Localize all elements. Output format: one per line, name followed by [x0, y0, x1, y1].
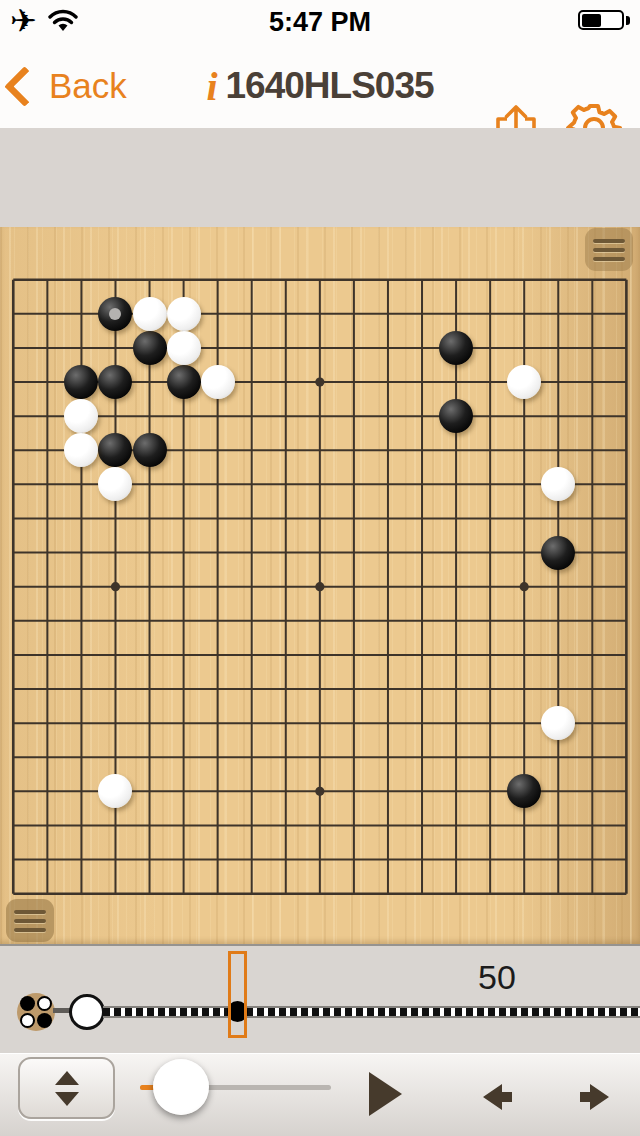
- down-triangle-icon: [55, 1092, 79, 1106]
- stone-white-F17: [167, 331, 201, 365]
- step-forward-button[interactable]: [578, 1081, 614, 1113]
- slider-thumb[interactable]: [153, 1059, 209, 1115]
- play-button[interactable]: [369, 1072, 402, 1116]
- game-root-node[interactable]: [17, 993, 55, 1031]
- battery-fill: [582, 14, 601, 27]
- page-title: i 1640HLS035: [0, 44, 640, 128]
- battery-icon: [578, 10, 624, 30]
- menu-bar: [14, 928, 46, 932]
- game-timeline[interactable]: 50: [0, 944, 640, 1053]
- board-menu-button-top[interactable]: [585, 228, 633, 271]
- current-move-cursor[interactable]: [228, 951, 247, 1038]
- up-triangle-icon: [55, 1071, 79, 1085]
- menu-bar: [14, 910, 46, 914]
- stone-white-F18: [167, 297, 201, 331]
- last-move-marker: [109, 308, 121, 320]
- mini-white-stone: [37, 996, 52, 1011]
- menu-bar: [14, 919, 46, 923]
- status-time: 5:47 PM: [0, 7, 640, 38]
- stone-black-E17: [133, 331, 167, 365]
- stone-black-O17: [439, 331, 473, 365]
- stone-black-F16: [167, 365, 201, 399]
- move-strip[interactable]: [103, 1006, 640, 1018]
- variation-stepper-button[interactable]: [18, 1057, 115, 1119]
- stone-black-R11: [541, 536, 575, 570]
- status-bar: ✈ 5:47 PM: [0, 0, 640, 44]
- mini-black-stone: [37, 1013, 52, 1028]
- go-board[interactable]: [0, 227, 640, 944]
- app-screen: ✈ 5:47 PM Back i 1640HLS035: [0, 0, 640, 1136]
- step-back-button[interactable]: [478, 1081, 514, 1113]
- stone-white-G16: [201, 365, 235, 399]
- player-bar: Ling Yuanhuan Huang Longshi: [0, 128, 640, 227]
- stone-black-E14: [133, 433, 167, 467]
- stone-black-O15: [439, 399, 473, 433]
- empty-board-node[interactable]: [69, 994, 105, 1030]
- move-number-label: 50: [478, 958, 516, 997]
- board-grid: [0, 227, 640, 944]
- stone-white-E18: [133, 297, 167, 331]
- stone-white-Q16: [507, 365, 541, 399]
- mini-black-stone: [20, 996, 35, 1011]
- info-icon: i: [206, 63, 217, 110]
- menu-bar: [593, 257, 625, 261]
- speed-slider[interactable]: [138, 1054, 334, 1136]
- game-id-title: 1640HLS035: [226, 65, 434, 107]
- board-menu-button-bottom[interactable]: [6, 899, 54, 942]
- menu-bar: [593, 248, 625, 252]
- menu-bar: [593, 239, 625, 243]
- nav-bar: Back i 1640HLS035: [0, 44, 640, 128]
- mini-white-stone: [20, 1013, 35, 1028]
- battery-nub: [626, 16, 630, 25]
- bottom-toolbar: [0, 1053, 640, 1136]
